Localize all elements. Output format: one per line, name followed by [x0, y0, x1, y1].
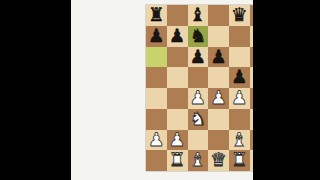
piece-wp-d4: ♟	[210, 89, 227, 108]
square-d1[interactable]: ♛	[208, 150, 229, 171]
square-b1[interactable]: ♜	[167, 150, 188, 171]
piece-wr-e1: ♜	[231, 151, 248, 170]
square-b6[interactable]	[167, 47, 188, 68]
square-a6[interactable]	[146, 47, 167, 68]
square-d5[interactable]	[208, 67, 229, 88]
square-c1[interactable]: ♝	[188, 150, 209, 171]
piece-bp-c6: ♟	[190, 47, 207, 66]
square-e8[interactable]: ♛	[229, 5, 250, 26]
square-d3[interactable]	[208, 109, 229, 130]
piece-wp-b2: ♟	[169, 130, 186, 149]
piece-wb-e2: ♝	[231, 130, 248, 149]
square-c2[interactable]	[188, 130, 209, 151]
piece-bp-e5: ♟	[231, 68, 248, 87]
square-e3[interactable]	[229, 109, 250, 130]
square-d4[interactable]: ♟	[208, 88, 229, 109]
square-e5[interactable]: ♟	[229, 67, 250, 88]
square-e2[interactable]: ♝	[229, 130, 250, 151]
square-c3[interactable]: ♞	[188, 109, 209, 130]
square-b2[interactable]: ♟	[167, 130, 188, 151]
letterbox-left	[0, 0, 71, 180]
square-d8[interactable]	[208, 5, 229, 26]
square-c8[interactable]: ♝	[188, 5, 209, 26]
square-e7[interactable]	[229, 26, 250, 47]
square-c4[interactable]: ♟	[188, 88, 209, 109]
piece-wq-d1: ♛	[210, 151, 227, 170]
piece-wb-c1: ♝	[190, 151, 207, 170]
square-b7[interactable]: ♟	[167, 26, 188, 47]
square-e6[interactable]	[229, 47, 250, 68]
piece-bp-a7: ♟	[148, 26, 165, 45]
piece-wr-b1: ♜	[169, 151, 186, 170]
square-d7[interactable]	[208, 26, 229, 47]
square-b4[interactable]	[167, 88, 188, 109]
square-c7[interactable]: ♞	[188, 26, 209, 47]
square-a7[interactable]: ♟	[146, 26, 167, 47]
square-c6[interactable]: ♟	[188, 47, 209, 68]
piece-bb-c8: ♝	[190, 6, 207, 25]
square-d2[interactable]	[208, 130, 229, 151]
square-e4[interactable]: ♟	[229, 88, 250, 109]
square-b3[interactable]	[167, 109, 188, 130]
square-c5[interactable]	[188, 67, 209, 88]
piece-bp-b7: ♟	[169, 26, 186, 45]
piece-wp-c4: ♟	[190, 89, 207, 108]
piece-bn-c7: ♞	[190, 26, 207, 45]
piece-br-a8: ♜	[148, 6, 165, 25]
square-a1[interactable]	[146, 150, 167, 171]
piece-bq-e8: ♛	[231, 6, 248, 25]
piece-wn-c3: ♞	[190, 109, 207, 128]
square-a2[interactable]: ♟	[146, 130, 167, 151]
square-a4[interactable]	[146, 88, 167, 109]
site-page: ♜♝♛♜♚♟♟♞♝♟♟♟♟♟♞♟♟♟♟♞♞♟♟♟♝♟♟♜♝♛♜♚ 42:21 0…	[71, 0, 253, 180]
letterbox-right	[253, 0, 320, 180]
piece-wp-a2: ♟	[148, 130, 165, 149]
square-e1[interactable]: ♜	[229, 150, 250, 171]
square-b5[interactable]	[167, 67, 188, 88]
square-a3[interactable]	[146, 109, 167, 130]
video-frame: ♜♝♛♜♚♟♟♞♝♟♟♟♟♟♞♟♟♟♟♞♞♟♟♟♝♟♟♜♝♛♜♚ 42:21 0…	[0, 0, 320, 180]
square-b8[interactable]	[167, 5, 188, 26]
square-a8[interactable]: ♜	[146, 5, 167, 26]
square-a5[interactable]	[146, 67, 167, 88]
piece-bp-d6: ♟	[210, 47, 227, 66]
piece-wp-e4: ♟	[231, 89, 248, 108]
square-d6[interactable]: ♟	[208, 47, 229, 68]
